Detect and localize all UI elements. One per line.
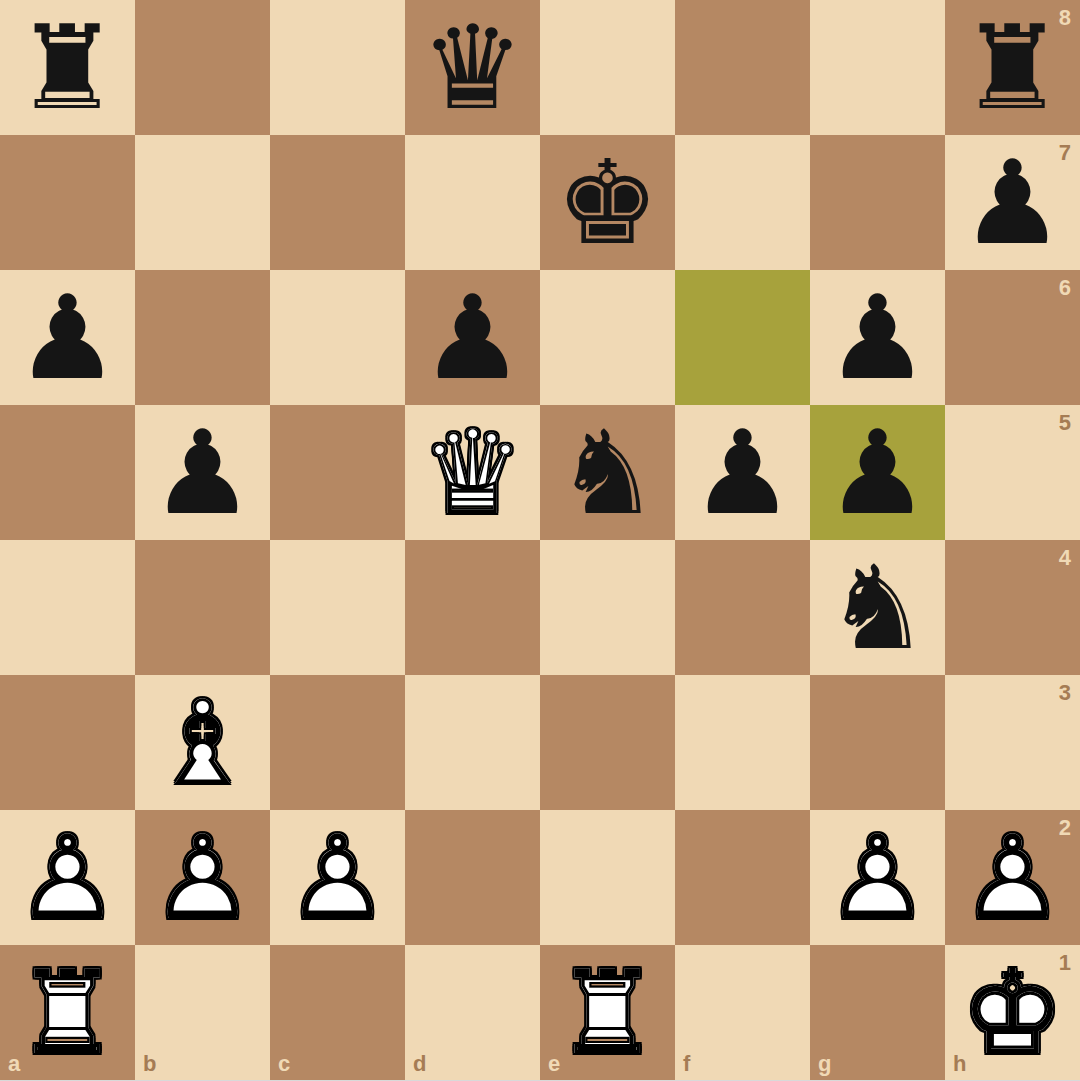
- square-e7[interactable]: ♚: [540, 135, 675, 270]
- white-bishop-outline: ♗: [135, 675, 270, 810]
- square-h1[interactable]: ♚♔1h: [945, 945, 1080, 1080]
- square-b8[interactable]: [135, 0, 270, 135]
- black-rook-glyph: ♜: [0, 0, 135, 135]
- square-b1[interactable]: b: [135, 945, 270, 1080]
- square-c4[interactable]: [270, 540, 405, 675]
- black-king-glyph: ♚: [540, 135, 675, 270]
- square-h4[interactable]: 4: [945, 540, 1080, 675]
- square-g2[interactable]: ♟♙: [810, 810, 945, 945]
- white-bishop[interactable]: ♝♗: [135, 675, 270, 810]
- square-f8[interactable]: [675, 0, 810, 135]
- square-a5[interactable]: [0, 405, 135, 540]
- square-h8[interactable]: ♜8: [945, 0, 1080, 135]
- black-rook[interactable]: ♜: [0, 0, 135, 135]
- rank-label-3: 3: [1059, 682, 1071, 704]
- square-e3[interactable]: [540, 675, 675, 810]
- square-f6[interactable]: [675, 270, 810, 405]
- square-a8[interactable]: ♜: [0, 0, 135, 135]
- square-b6[interactable]: [135, 270, 270, 405]
- file-label-h: h: [953, 1053, 966, 1075]
- black-pawn-glyph: ♟: [810, 270, 945, 405]
- black-queen-glyph: ♛: [405, 0, 540, 135]
- square-g1[interactable]: g: [810, 945, 945, 1080]
- square-e5[interactable]: ♞: [540, 405, 675, 540]
- square-d3[interactable]: [405, 675, 540, 810]
- square-d7[interactable]: [405, 135, 540, 270]
- square-f3[interactable]: [675, 675, 810, 810]
- square-d5[interactable]: ♛♕: [405, 405, 540, 540]
- chess-board: ♜♛♜8♚♟7♟♟♟6♟♛♕♞♟♟5♞4♝♗3♟♙♟♙♟♙♟♙♟♙2♜♖abcd…: [0, 0, 1080, 1080]
- square-g6[interactable]: ♟: [810, 270, 945, 405]
- black-pawn-glyph: ♟: [0, 270, 135, 405]
- black-pawn-glyph: ♟: [810, 405, 945, 540]
- square-d6[interactable]: ♟: [405, 270, 540, 405]
- black-pawn[interactable]: ♟: [135, 405, 270, 540]
- square-f7[interactable]: [675, 135, 810, 270]
- file-label-f: f: [683, 1053, 690, 1075]
- rank-label-1: 1: [1059, 952, 1071, 974]
- black-pawn[interactable]: ♟: [810, 270, 945, 405]
- file-label-b: b: [143, 1053, 156, 1075]
- black-pawn[interactable]: ♟: [0, 270, 135, 405]
- white-pawn[interactable]: ♟♙: [135, 810, 270, 945]
- black-king[interactable]: ♚: [540, 135, 675, 270]
- square-e8[interactable]: [540, 0, 675, 135]
- black-pawn-glyph: ♟: [675, 405, 810, 540]
- square-a7[interactable]: [0, 135, 135, 270]
- square-f5[interactable]: ♟: [675, 405, 810, 540]
- square-c6[interactable]: [270, 270, 405, 405]
- square-a1[interactable]: ♜♖a: [0, 945, 135, 1080]
- square-a6[interactable]: ♟: [0, 270, 135, 405]
- square-d4[interactable]: [405, 540, 540, 675]
- square-d8[interactable]: ♛: [405, 0, 540, 135]
- square-b7[interactable]: [135, 135, 270, 270]
- square-e2[interactable]: [540, 810, 675, 945]
- black-pawn-glyph: ♟: [135, 405, 270, 540]
- square-e6[interactable]: [540, 270, 675, 405]
- square-b5[interactable]: ♟: [135, 405, 270, 540]
- file-label-d: d: [413, 1053, 426, 1075]
- file-label-e: e: [548, 1053, 560, 1075]
- square-h7[interactable]: ♟7: [945, 135, 1080, 270]
- white-pawn[interactable]: ♟♙: [0, 810, 135, 945]
- square-c1[interactable]: c: [270, 945, 405, 1080]
- square-d1[interactable]: d: [405, 945, 540, 1080]
- square-h2[interactable]: ♟♙2: [945, 810, 1080, 945]
- file-label-c: c: [278, 1053, 290, 1075]
- rank-label-5: 5: [1059, 412, 1071, 434]
- square-c7[interactable]: [270, 135, 405, 270]
- white-pawn-outline: ♙: [810, 810, 945, 945]
- black-knight[interactable]: ♞: [810, 540, 945, 675]
- white-pawn-outline: ♙: [135, 810, 270, 945]
- rank-label-4: 4: [1059, 547, 1071, 569]
- rank-label-6: 6: [1059, 277, 1071, 299]
- square-e1[interactable]: ♜♖e: [540, 945, 675, 1080]
- black-pawn[interactable]: ♟: [405, 270, 540, 405]
- white-queen[interactable]: ♛♕: [405, 405, 540, 540]
- rank-label-8: 8: [1059, 7, 1071, 29]
- black-queen[interactable]: ♛: [405, 0, 540, 135]
- square-b4[interactable]: [135, 540, 270, 675]
- black-knight-glyph: ♞: [540, 405, 675, 540]
- square-c5[interactable]: [270, 405, 405, 540]
- file-label-g: g: [818, 1053, 831, 1075]
- square-d2[interactable]: [405, 810, 540, 945]
- square-f2[interactable]: [675, 810, 810, 945]
- white-rook-outline: ♖: [0, 945, 135, 1080]
- black-pawn-glyph: ♟: [405, 270, 540, 405]
- file-label-a: a: [8, 1053, 20, 1075]
- black-knight[interactable]: ♞: [540, 405, 675, 540]
- white-rook[interactable]: ♜♖: [540, 945, 675, 1080]
- square-g8[interactable]: [810, 0, 945, 135]
- black-knight-glyph: ♞: [810, 540, 945, 675]
- square-h3[interactable]: 3: [945, 675, 1080, 810]
- square-b3[interactable]: ♝♗: [135, 675, 270, 810]
- square-c2[interactable]: ♟♙: [270, 810, 405, 945]
- rank-label-7: 7: [1059, 142, 1071, 164]
- square-g3[interactable]: [810, 675, 945, 810]
- white-pawn-outline: ♙: [270, 810, 405, 945]
- white-rook[interactable]: ♜♖: [0, 945, 135, 1080]
- black-pawn[interactable]: ♟: [675, 405, 810, 540]
- square-g4[interactable]: ♞: [810, 540, 945, 675]
- white-queen-outline: ♕: [405, 405, 540, 540]
- white-pawn[interactable]: ♟♙: [270, 810, 405, 945]
- square-a3[interactable]: [0, 675, 135, 810]
- white-pawn[interactable]: ♟♙: [810, 810, 945, 945]
- square-f1[interactable]: f: [675, 945, 810, 1080]
- square-g5[interactable]: ♟: [810, 405, 945, 540]
- white-pawn-outline: ♙: [0, 810, 135, 945]
- white-rook-outline: ♖: [540, 945, 675, 1080]
- square-b2[interactable]: ♟♙: [135, 810, 270, 945]
- square-c8[interactable]: [270, 0, 405, 135]
- square-c3[interactable]: [270, 675, 405, 810]
- black-pawn[interactable]: ♟: [810, 405, 945, 540]
- square-a4[interactable]: [0, 540, 135, 675]
- rank-label-2: 2: [1059, 817, 1071, 839]
- square-e4[interactable]: [540, 540, 675, 675]
- square-a2[interactable]: ♟♙: [0, 810, 135, 945]
- square-g7[interactable]: [810, 135, 945, 270]
- square-h5[interactable]: 5: [945, 405, 1080, 540]
- square-f4[interactable]: [675, 540, 810, 675]
- square-h6[interactable]: 6: [945, 270, 1080, 405]
